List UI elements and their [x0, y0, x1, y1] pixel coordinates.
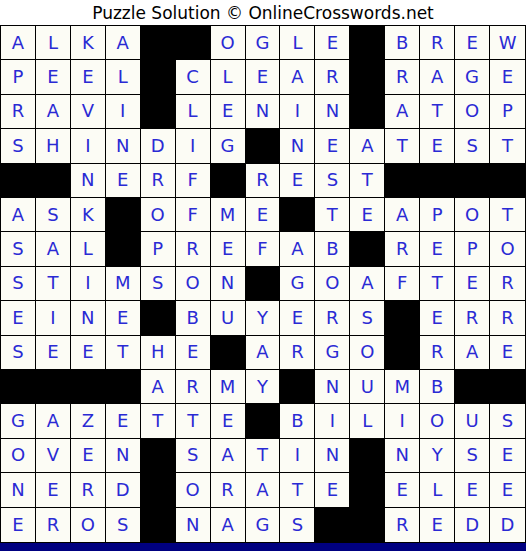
- letter-cell: A: [385, 198, 420, 232]
- black-cell: [350, 508, 385, 542]
- black-cell: [455, 164, 490, 198]
- letter-cell: E: [385, 473, 420, 507]
- letter-cell: O: [490, 232, 525, 266]
- letter-cell: N: [106, 129, 141, 163]
- letter-cell: R: [490, 301, 525, 335]
- letter-cell: A: [246, 473, 281, 507]
- letter-cell: H: [141, 336, 176, 370]
- letter-cell: A: [211, 439, 246, 473]
- black-cell: [385, 336, 420, 370]
- bottom-border-bar: [0, 543, 526, 551]
- letter-cell: G: [315, 336, 350, 370]
- letter-cell: L: [106, 60, 141, 94]
- letter-cell: E: [315, 129, 350, 163]
- letter-cell: E: [420, 129, 455, 163]
- letter-cell: F: [246, 232, 281, 266]
- letter-cell: T: [246, 439, 281, 473]
- letter-cell: S: [1, 232, 36, 266]
- letter-cell: S: [280, 508, 315, 542]
- letter-cell: G: [1, 404, 36, 438]
- letter-cell: M: [211, 370, 246, 404]
- letter-cell: L: [176, 95, 211, 129]
- letter-cell: T: [420, 95, 455, 129]
- letter-cell: T: [280, 473, 315, 507]
- black-cell: [455, 370, 490, 404]
- black-cell: [385, 301, 420, 335]
- letter-cell: N: [176, 508, 211, 542]
- letter-cell: E: [36, 473, 71, 507]
- letter-cell: E: [490, 60, 525, 94]
- letter-cell: A: [211, 508, 246, 542]
- letter-cell: L: [280, 26, 315, 60]
- letter-cell: P: [1, 60, 36, 94]
- letter-cell: M: [211, 198, 246, 232]
- letter-cell: R: [1, 95, 36, 129]
- letter-cell: E: [106, 404, 141, 438]
- letter-cell: G: [455, 60, 490, 94]
- black-cell: [106, 232, 141, 266]
- letter-cell: E: [490, 473, 525, 507]
- letter-cell: R: [176, 232, 211, 266]
- letter-cell: E: [420, 301, 455, 335]
- letter-cell: N: [315, 370, 350, 404]
- letter-cell: E: [315, 473, 350, 507]
- letter-cell: B: [280, 404, 315, 438]
- letter-cell: R: [211, 473, 246, 507]
- letter-cell: R: [176, 370, 211, 404]
- letter-cell: N: [71, 164, 106, 198]
- letter-cell: E: [490, 439, 525, 473]
- letter-cell: E: [106, 301, 141, 335]
- letter-cell: G: [280, 267, 315, 301]
- letter-cell: G: [211, 129, 246, 163]
- letter-cell: S: [455, 129, 490, 163]
- letter-cell: E: [71, 439, 106, 473]
- letter-cell: R: [315, 301, 350, 335]
- letter-cell: A: [420, 60, 455, 94]
- letter-cell: I: [71, 267, 106, 301]
- letter-cell: A: [36, 232, 71, 266]
- black-cell: [280, 198, 315, 232]
- letter-cell: E: [315, 26, 350, 60]
- letter-cell: E: [350, 198, 385, 232]
- letter-cell: E: [1, 301, 36, 335]
- letter-cell: T: [176, 404, 211, 438]
- letter-cell: R: [420, 26, 455, 60]
- letter-cell: L: [71, 232, 106, 266]
- letter-cell: V: [36, 439, 71, 473]
- letter-cell: D: [455, 508, 490, 542]
- letter-cell: I: [385, 404, 420, 438]
- letter-cell: M: [385, 370, 420, 404]
- letter-cell: A: [1, 198, 36, 232]
- letter-cell: N: [106, 439, 141, 473]
- letter-cell: Y: [420, 439, 455, 473]
- letter-cell: T: [106, 336, 141, 370]
- letter-cell: B: [385, 26, 420, 60]
- letter-cell: O: [211, 26, 246, 60]
- letter-cell: R: [455, 301, 490, 335]
- letter-cell: G: [246, 508, 281, 542]
- black-cell: [280, 370, 315, 404]
- black-cell: [141, 95, 176, 129]
- letter-cell: R: [420, 336, 455, 370]
- letter-cell: T: [385, 129, 420, 163]
- letter-cell: E: [280, 301, 315, 335]
- letter-cell: S: [1, 336, 36, 370]
- letter-cell: A: [350, 267, 385, 301]
- letter-cell: F: [176, 198, 211, 232]
- letter-cell: E: [36, 336, 71, 370]
- letter-cell: F: [176, 164, 211, 198]
- letter-cell: R: [385, 508, 420, 542]
- letter-cell: S: [176, 439, 211, 473]
- black-cell: [141, 60, 176, 94]
- letter-cell: S: [36, 198, 71, 232]
- letter-cell: E: [36, 60, 71, 94]
- letter-cell: L: [420, 473, 455, 507]
- letter-cell: E: [211, 95, 246, 129]
- black-cell: [36, 164, 71, 198]
- black-cell: [246, 267, 281, 301]
- letter-cell: S: [455, 439, 490, 473]
- letter-cell: R: [315, 60, 350, 94]
- black-cell: [71, 370, 106, 404]
- letter-cell: W: [490, 26, 525, 60]
- letter-cell: S: [141, 267, 176, 301]
- black-cell: [36, 370, 71, 404]
- letter-cell: V: [71, 95, 106, 129]
- letter-cell: T: [490, 198, 525, 232]
- letter-cell: F: [385, 267, 420, 301]
- letter-cell: T: [420, 267, 455, 301]
- black-cell: [490, 370, 525, 404]
- letter-cell: S: [1, 267, 36, 301]
- letter-cell: I: [36, 301, 71, 335]
- letter-cell: B: [176, 301, 211, 335]
- letter-cell: E: [106, 164, 141, 198]
- letter-cell: E: [211, 404, 246, 438]
- black-cell: [141, 473, 176, 507]
- letter-cell: N: [315, 95, 350, 129]
- letter-cell: T: [350, 164, 385, 198]
- black-cell: [490, 164, 525, 198]
- letter-cell: A: [36, 404, 71, 438]
- letter-cell: T: [141, 404, 176, 438]
- letter-cell: U: [350, 370, 385, 404]
- letter-cell: R: [280, 336, 315, 370]
- letter-cell: L: [211, 60, 246, 94]
- letter-cell: E: [176, 336, 211, 370]
- black-cell: [141, 26, 176, 60]
- letter-cell: N: [315, 439, 350, 473]
- letter-cell: P: [141, 232, 176, 266]
- letter-cell: N: [280, 129, 315, 163]
- letter-cell: P: [455, 232, 490, 266]
- letter-cell: N: [246, 95, 281, 129]
- black-cell: [141, 439, 176, 473]
- black-cell: [141, 508, 176, 542]
- letter-cell: E: [280, 164, 315, 198]
- letter-cell: S: [350, 301, 385, 335]
- letter-cell: O: [176, 267, 211, 301]
- letter-cell: A: [1, 26, 36, 60]
- letter-cell: G: [246, 26, 281, 60]
- letter-cell: N: [385, 439, 420, 473]
- letter-cell: L: [36, 26, 71, 60]
- letter-cell: R: [490, 267, 525, 301]
- letter-cell: R: [71, 473, 106, 507]
- letter-cell: E: [455, 473, 490, 507]
- letter-cell: P: [420, 198, 455, 232]
- letter-cell: E: [455, 267, 490, 301]
- letter-cell: O: [176, 473, 211, 507]
- letter-cell: E: [211, 232, 246, 266]
- letter-cell: A: [106, 26, 141, 60]
- letter-cell: N: [1, 473, 36, 507]
- letter-cell: A: [350, 129, 385, 163]
- letter-cell: U: [211, 301, 246, 335]
- letter-cell: A: [246, 336, 281, 370]
- letter-cell: O: [71, 508, 106, 542]
- letter-cell: L: [350, 404, 385, 438]
- black-cell: [350, 439, 385, 473]
- black-cell: [1, 370, 36, 404]
- black-cell: [350, 473, 385, 507]
- black-cell: [1, 164, 36, 198]
- letter-cell: E: [455, 26, 490, 60]
- black-cell: [141, 301, 176, 335]
- letter-cell: S: [315, 164, 350, 198]
- letter-cell: E: [71, 60, 106, 94]
- letter-cell: O: [315, 267, 350, 301]
- letter-cell: A: [36, 95, 71, 129]
- letter-cell: Y: [246, 370, 281, 404]
- black-cell: [246, 404, 281, 438]
- black-cell: [106, 370, 141, 404]
- letter-cell: E: [71, 336, 106, 370]
- letter-cell: O: [455, 95, 490, 129]
- letter-cell: A: [455, 336, 490, 370]
- letter-cell: R: [141, 164, 176, 198]
- letter-cell: O: [455, 198, 490, 232]
- puzzle-solution-page: Puzzle Solution © OnlineCrosswords.net A…: [0, 0, 526, 551]
- letter-cell: E: [490, 336, 525, 370]
- letter-cell: O: [1, 439, 36, 473]
- letter-cell: D: [141, 129, 176, 163]
- letter-cell: I: [106, 95, 141, 129]
- letter-cell: O: [141, 198, 176, 232]
- black-cell: [420, 164, 455, 198]
- letter-cell: I: [71, 129, 106, 163]
- letter-cell: H: [36, 129, 71, 163]
- letter-cell: C: [176, 60, 211, 94]
- letter-cell: E: [246, 60, 281, 94]
- letter-cell: Z: [71, 404, 106, 438]
- black-cell: [385, 164, 420, 198]
- letter-cell: R: [385, 232, 420, 266]
- black-cell: [315, 508, 350, 542]
- letter-cell: B: [420, 370, 455, 404]
- letter-cell: A: [385, 95, 420, 129]
- letter-cell: P: [490, 95, 525, 129]
- letter-cell: U: [455, 404, 490, 438]
- letter-cell: S: [106, 508, 141, 542]
- black-cell: [211, 336, 246, 370]
- letter-cell: B: [315, 232, 350, 266]
- letter-cell: E: [1, 508, 36, 542]
- letter-cell: Y: [246, 301, 281, 335]
- letter-cell: R: [246, 164, 281, 198]
- letter-cell: E: [420, 232, 455, 266]
- letter-cell: R: [36, 508, 71, 542]
- letter-cell: A: [280, 60, 315, 94]
- letter-cell: I: [280, 95, 315, 129]
- letter-cell: K: [71, 26, 106, 60]
- letter-cell: E: [246, 198, 281, 232]
- letter-cell: E: [420, 508, 455, 542]
- letter-cell: O: [420, 404, 455, 438]
- letter-cell: I: [176, 129, 211, 163]
- black-cell: [246, 129, 281, 163]
- letter-cell: K: [71, 198, 106, 232]
- black-cell: [176, 26, 211, 60]
- black-cell: [106, 198, 141, 232]
- letter-cell: N: [71, 301, 106, 335]
- letter-cell: R: [385, 60, 420, 94]
- crossword-grid: ALKAOGLEBREWPEELCLEARRAGERAVILENINATOPSH…: [0, 25, 526, 543]
- page-title: Puzzle Solution © OnlineCrosswords.net: [0, 2, 526, 24]
- letter-cell: I: [315, 404, 350, 438]
- letter-cell: A: [280, 232, 315, 266]
- black-cell: [350, 95, 385, 129]
- letter-cell: D: [490, 508, 525, 542]
- letter-cell: I: [280, 439, 315, 473]
- letter-cell: M: [106, 267, 141, 301]
- letter-cell: T: [490, 129, 525, 163]
- letter-cell: S: [1, 129, 36, 163]
- letter-cell: T: [315, 198, 350, 232]
- letter-cell: D: [106, 473, 141, 507]
- letter-cell: T: [36, 267, 71, 301]
- letter-cell: N: [211, 267, 246, 301]
- black-cell: [350, 26, 385, 60]
- letter-cell: O: [350, 336, 385, 370]
- black-cell: [211, 164, 246, 198]
- black-cell: [350, 232, 385, 266]
- black-cell: [350, 60, 385, 94]
- letter-cell: A: [141, 370, 176, 404]
- letter-cell: S: [490, 404, 525, 438]
